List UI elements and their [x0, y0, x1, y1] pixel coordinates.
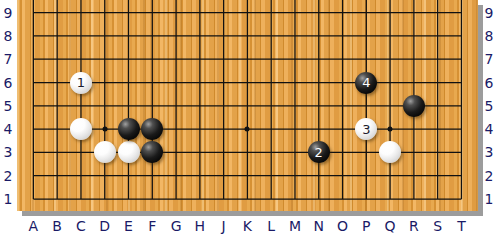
star-point-q4 — [388, 127, 393, 132]
col-label-m: M — [285, 219, 305, 233]
col-label-f: F — [142, 219, 162, 233]
row-label-right-5: 5 — [481, 99, 497, 113]
col-label-e: E — [119, 219, 139, 233]
col-label-o: O — [333, 219, 353, 233]
row-label-right-1: 1 — [481, 192, 497, 206]
row-label-left-4: 4 — [0, 122, 16, 136]
stone-black-e4[interactable] — [118, 118, 140, 140]
star-point-k4 — [245, 127, 250, 132]
stone-white-c6[interactable]: 1 — [70, 72, 92, 94]
stone-black-p6[interactable]: 4 — [355, 72, 377, 94]
row-label-right-6: 6 — [481, 76, 497, 90]
row-label-right-9: 9 — [481, 6, 497, 20]
col-label-s: S — [428, 219, 448, 233]
col-label-l: L — [261, 219, 281, 233]
row-label-right-3: 3 — [481, 145, 497, 159]
row-label-left-8: 8 — [0, 29, 16, 43]
stone-black-n3[interactable]: 2 — [308, 141, 330, 163]
move-number: 1 — [77, 76, 85, 89]
col-label-k: K — [237, 219, 257, 233]
row-label-right-7: 7 — [481, 52, 497, 66]
row-label-left-1: 1 — [0, 192, 16, 206]
row-label-left-3: 3 — [0, 145, 16, 159]
row-label-right-4: 4 — [481, 122, 497, 136]
row-label-right-8: 8 — [481, 29, 497, 43]
col-label-j: J — [214, 219, 234, 233]
stone-white-p4[interactable]: 3 — [355, 118, 377, 140]
col-label-d: D — [95, 219, 115, 233]
stone-black-f3[interactable] — [141, 141, 163, 163]
stone-white-e3[interactable] — [118, 141, 140, 163]
star-point-d4 — [102, 127, 107, 132]
col-label-n: N — [309, 219, 329, 233]
move-number: 2 — [315, 146, 323, 159]
stone-white-c4[interactable] — [70, 118, 92, 140]
move-number: 4 — [362, 76, 370, 89]
stone-black-r5[interactable] — [403, 95, 425, 117]
col-label-r: R — [404, 219, 424, 233]
col-label-a: A — [23, 219, 43, 233]
row-label-right-2: 2 — [481, 169, 497, 183]
col-label-h: H — [190, 219, 210, 233]
go-board-diagram: 998877665544332211ABCDEFGHJKLMNOPQRST 13… — [0, 0, 500, 236]
move-number: 3 — [362, 123, 370, 136]
col-label-g: G — [166, 219, 186, 233]
col-label-t: T — [451, 219, 471, 233]
stone-black-f4[interactable] — [141, 118, 163, 140]
col-label-b: B — [47, 219, 67, 233]
stone-white-q3[interactable] — [379, 141, 401, 163]
col-label-c: C — [71, 219, 91, 233]
row-label-left-2: 2 — [0, 169, 16, 183]
col-label-q: Q — [380, 219, 400, 233]
stone-white-d3[interactable] — [94, 141, 116, 163]
row-label-left-5: 5 — [0, 99, 16, 113]
row-label-left-6: 6 — [0, 76, 16, 90]
col-label-p: P — [356, 219, 376, 233]
row-label-left-7: 7 — [0, 52, 16, 66]
row-label-left-9: 9 — [0, 6, 16, 20]
